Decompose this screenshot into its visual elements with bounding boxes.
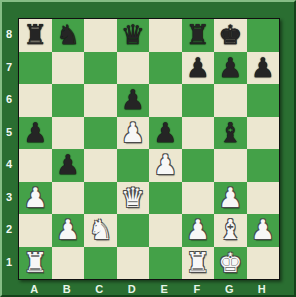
square-a4[interactable]	[19, 149, 52, 182]
piece-black-pawn[interactable]: ♟	[121, 84, 145, 116]
chess-diagram: ♜♞♛♜♚♟♟♟♟♟♟♟♝♟♟♟♛♟♟♞♟♝♟♜♜♚ 87654321 ABCD…	[0, 0, 296, 297]
piece-white-pawn[interactable]: ♟	[251, 214, 275, 246]
square-h5[interactable]	[247, 117, 280, 150]
square-d8[interactable]: ♛	[117, 19, 150, 52]
square-a7[interactable]	[19, 52, 52, 85]
rank-labels: 87654321	[2, 18, 18, 278]
file-label-b: B	[51, 281, 84, 296]
chess-board[interactable]: ♜♞♛♜♚♟♟♟♟♟♟♟♝♟♟♟♛♟♟♞♟♝♟♜♜♚	[18, 18, 280, 280]
piece-black-rook[interactable]: ♜	[186, 19, 210, 51]
square-h2[interactable]: ♟	[247, 214, 280, 247]
square-e2[interactable]	[149, 214, 182, 247]
square-b6[interactable]	[52, 84, 85, 117]
square-e8[interactable]	[149, 19, 182, 52]
piece-white-pawn[interactable]: ♟	[218, 182, 242, 214]
square-b4[interactable]: ♟	[52, 149, 85, 182]
square-a8[interactable]: ♜	[19, 19, 52, 52]
square-f2[interactable]: ♟	[182, 214, 215, 247]
square-a1[interactable]: ♜	[19, 247, 52, 280]
square-d2[interactable]	[117, 214, 150, 247]
square-e7[interactable]	[149, 52, 182, 85]
square-d1[interactable]	[117, 247, 150, 280]
file-labels: ABCDEFGH	[18, 281, 278, 297]
rank-label-1: 1	[2, 246, 16, 279]
square-b8[interactable]: ♞	[52, 19, 85, 52]
file-label-h: H	[246, 281, 279, 296]
rank-label-2: 2	[2, 213, 16, 246]
square-e5[interactable]: ♟	[149, 117, 182, 150]
square-g3[interactable]: ♟	[214, 182, 247, 215]
square-e1[interactable]	[149, 247, 182, 280]
piece-black-pawn[interactable]: ♟	[186, 52, 210, 84]
square-a2[interactable]	[19, 214, 52, 247]
square-c1[interactable]	[84, 247, 117, 280]
piece-white-rook[interactable]: ♜	[186, 247, 210, 279]
square-b2[interactable]: ♟	[52, 214, 85, 247]
square-f5[interactable]	[182, 117, 215, 150]
square-e4[interactable]: ♟	[149, 149, 182, 182]
square-e3[interactable]	[149, 182, 182, 215]
rank-label-6: 6	[2, 83, 16, 116]
square-f8[interactable]: ♜	[182, 19, 215, 52]
square-f7[interactable]: ♟	[182, 52, 215, 85]
rank-label-4: 4	[2, 148, 16, 181]
square-d6[interactable]: ♟	[117, 84, 150, 117]
square-f3[interactable]	[182, 182, 215, 215]
square-g4[interactable]	[214, 149, 247, 182]
square-c6[interactable]	[84, 84, 117, 117]
square-a3[interactable]: ♟	[19, 182, 52, 215]
piece-black-bishop[interactable]: ♝	[218, 117, 242, 149]
square-d7[interactable]	[117, 52, 150, 85]
file-label-f: F	[181, 281, 214, 296]
square-d3[interactable]: ♛	[117, 182, 150, 215]
square-d4[interactable]	[117, 149, 150, 182]
square-g2[interactable]: ♝	[214, 214, 247, 247]
square-g8[interactable]: ♚	[214, 19, 247, 52]
square-c8[interactable]	[84, 19, 117, 52]
square-h1[interactable]	[247, 247, 280, 280]
square-b1[interactable]	[52, 247, 85, 280]
square-f4[interactable]	[182, 149, 215, 182]
square-c4[interactable]	[84, 149, 117, 182]
piece-black-rook[interactable]: ♜	[23, 19, 47, 51]
square-c5[interactable]	[84, 117, 117, 150]
piece-white-bishop[interactable]: ♝	[218, 214, 242, 246]
square-e6[interactable]	[149, 84, 182, 117]
piece-white-king[interactable]: ♚	[218, 247, 242, 279]
square-h7[interactable]: ♟	[247, 52, 280, 85]
square-c2[interactable]: ♞	[84, 214, 117, 247]
square-g7[interactable]: ♟	[214, 52, 247, 85]
square-h4[interactable]	[247, 149, 280, 182]
piece-white-rook[interactable]: ♜	[23, 247, 47, 279]
rank-label-3: 3	[2, 181, 16, 214]
square-g6[interactable]	[214, 84, 247, 117]
square-b3[interactable]	[52, 182, 85, 215]
piece-white-pawn[interactable]: ♟	[186, 214, 210, 246]
piece-black-pawn[interactable]: ♟	[251, 52, 275, 84]
piece-white-knight[interactable]: ♞	[88, 214, 112, 246]
square-c7[interactable]	[84, 52, 117, 85]
piece-white-pawn[interactable]: ♟	[121, 117, 145, 149]
square-a5[interactable]: ♟	[19, 117, 52, 150]
piece-black-king[interactable]: ♚	[218, 19, 242, 51]
piece-white-queen[interactable]: ♛	[121, 182, 145, 214]
rank-label-8: 8	[2, 18, 16, 51]
square-g1[interactable]: ♚	[214, 247, 247, 280]
piece-white-pawn[interactable]: ♟	[23, 182, 47, 214]
square-b7[interactable]	[52, 52, 85, 85]
square-f1[interactable]: ♜	[182, 247, 215, 280]
square-h8[interactable]	[247, 19, 280, 52]
file-label-g: G	[213, 281, 246, 296]
square-h6[interactable]	[247, 84, 280, 117]
piece-white-pawn[interactable]: ♟	[153, 149, 177, 181]
piece-white-pawn[interactable]: ♟	[56, 214, 80, 246]
file-label-c: C	[83, 281, 116, 296]
rank-label-5: 5	[2, 116, 16, 149]
piece-black-pawn[interactable]: ♟	[153, 117, 177, 149]
piece-black-pawn[interactable]: ♟	[23, 117, 47, 149]
square-a6[interactable]	[19, 84, 52, 117]
piece-black-knight[interactable]: ♞	[56, 19, 80, 51]
file-label-a: A	[18, 281, 51, 296]
piece-black-pawn[interactable]: ♟	[218, 52, 242, 84]
square-d5[interactable]: ♟	[117, 117, 150, 150]
file-label-e: E	[148, 281, 181, 296]
piece-black-pawn[interactable]: ♟	[56, 149, 80, 181]
square-f6[interactable]	[182, 84, 215, 117]
square-h3[interactable]	[247, 182, 280, 215]
file-label-d: D	[116, 281, 149, 296]
piece-black-queen[interactable]: ♛	[121, 19, 145, 51]
square-b5[interactable]	[52, 117, 85, 150]
rank-label-7: 7	[2, 51, 16, 84]
square-c3[interactable]	[84, 182, 117, 215]
square-g5[interactable]: ♝	[214, 117, 247, 150]
